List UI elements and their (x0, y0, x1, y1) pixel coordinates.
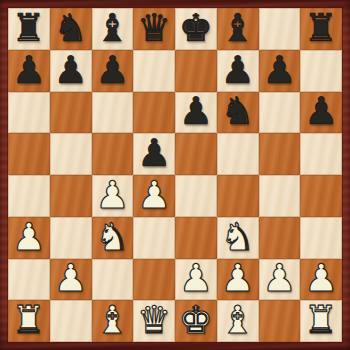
square-b3[interactable] (50, 217, 92, 259)
white-rook[interactable]: ♜ (304, 301, 338, 339)
square-a6[interactable] (8, 92, 50, 134)
white-rook[interactable]: ♜ (12, 301, 46, 339)
square-f8[interactable]: ♝ (217, 8, 259, 50)
square-c5[interactable] (92, 133, 134, 175)
square-e6[interactable]: ♟ (175, 92, 217, 134)
square-e2[interactable]: ♟ (175, 259, 217, 301)
black-rook[interactable]: ♜ (304, 9, 338, 47)
square-c1[interactable]: ♝ (92, 300, 134, 342)
square-a1[interactable]: ♜ (8, 300, 50, 342)
square-h4[interactable] (300, 175, 342, 217)
square-e8[interactable]: ♚ (175, 8, 217, 50)
white-pawn[interactable]: ♟ (304, 259, 338, 297)
square-g4[interactable] (259, 175, 301, 217)
square-d1[interactable]: ♛ (133, 300, 175, 342)
square-c3[interactable]: ♞ (92, 217, 134, 259)
square-f1[interactable]: ♝ (217, 300, 259, 342)
square-d8[interactable]: ♛ (133, 8, 175, 50)
square-h8[interactable]: ♜ (300, 8, 342, 50)
black-bishop[interactable]: ♝ (95, 9, 129, 47)
square-g7[interactable]: ♟ (259, 50, 301, 92)
square-b6[interactable] (50, 92, 92, 134)
white-bishop[interactable]: ♝ (221, 301, 255, 339)
square-h3[interactable] (300, 217, 342, 259)
white-bishop[interactable]: ♝ (95, 301, 129, 339)
square-d6[interactable] (133, 92, 175, 134)
square-d5[interactable]: ♟ (133, 133, 175, 175)
square-d3[interactable] (133, 217, 175, 259)
square-g5[interactable] (259, 133, 301, 175)
square-g8[interactable] (259, 8, 301, 50)
square-h6[interactable]: ♟ (300, 92, 342, 134)
square-a7[interactable]: ♟ (8, 50, 50, 92)
square-c8[interactable]: ♝ (92, 8, 134, 50)
square-b8[interactable]: ♞ (50, 8, 92, 50)
square-f2[interactable]: ♟ (217, 259, 259, 301)
square-b2[interactable]: ♟ (50, 259, 92, 301)
square-e5[interactable] (175, 133, 217, 175)
square-f5[interactable] (217, 133, 259, 175)
square-g6[interactable] (259, 92, 301, 134)
square-b5[interactable] (50, 133, 92, 175)
square-f7[interactable]: ♟ (217, 50, 259, 92)
black-knight[interactable]: ♞ (54, 9, 88, 47)
black-pawn[interactable]: ♟ (12, 51, 46, 89)
black-pawn[interactable]: ♟ (304, 92, 338, 130)
square-b4[interactable] (50, 175, 92, 217)
square-c6[interactable] (92, 92, 134, 134)
black-queen[interactable]: ♛ (137, 9, 171, 47)
square-c7[interactable]: ♟ (92, 50, 134, 92)
white-knight[interactable]: ♞ (95, 218, 129, 256)
square-e3[interactable] (175, 217, 217, 259)
square-a3[interactable]: ♟ (8, 217, 50, 259)
chess-board: ♜♞♝♛♚♝♜♟♟♟♟♟♟♞♟♟♟♟♟♞♞♟♟♟♟♟♜♝♛♚♝♜ (8, 8, 342, 342)
white-pawn[interactable]: ♟ (221, 259, 255, 297)
square-a8[interactable]: ♜ (8, 8, 50, 50)
square-g3[interactable] (259, 217, 301, 259)
square-a4[interactable] (8, 175, 50, 217)
square-h7[interactable] (300, 50, 342, 92)
white-pawn[interactable]: ♟ (262, 259, 296, 297)
square-d2[interactable] (133, 259, 175, 301)
square-b1[interactable] (50, 300, 92, 342)
square-g2[interactable]: ♟ (259, 259, 301, 301)
square-c4[interactable]: ♟ (92, 175, 134, 217)
black-knight[interactable]: ♞ (221, 92, 255, 130)
black-pawn[interactable]: ♟ (95, 51, 129, 89)
black-pawn[interactable]: ♟ (262, 51, 296, 89)
black-pawn[interactable]: ♟ (54, 51, 88, 89)
square-e4[interactable] (175, 175, 217, 217)
black-bishop[interactable]: ♝ (221, 9, 255, 47)
white-pawn[interactable]: ♟ (12, 218, 46, 256)
square-e7[interactable] (175, 50, 217, 92)
square-d7[interactable] (133, 50, 175, 92)
black-king[interactable]: ♚ (179, 9, 213, 47)
white-pawn[interactable]: ♟ (137, 176, 171, 214)
white-pawn[interactable]: ♟ (95, 176, 129, 214)
square-e1[interactable]: ♚ (175, 300, 217, 342)
black-pawn[interactable]: ♟ (179, 92, 213, 130)
square-a5[interactable] (8, 133, 50, 175)
white-knight[interactable]: ♞ (221, 218, 255, 256)
square-h1[interactable]: ♜ (300, 300, 342, 342)
white-king[interactable]: ♚ (179, 301, 213, 339)
square-a2[interactable] (8, 259, 50, 301)
white-pawn[interactable]: ♟ (179, 259, 213, 297)
black-rook[interactable]: ♜ (12, 9, 46, 47)
square-h2[interactable]: ♟ (300, 259, 342, 301)
square-f3[interactable]: ♞ (217, 217, 259, 259)
board-frame: ♜♞♝♛♚♝♜♟♟♟♟♟♟♞♟♟♟♟♟♞♞♟♟♟♟♟♜♝♛♚♝♜ (0, 0, 350, 350)
square-f6[interactable]: ♞ (217, 92, 259, 134)
black-pawn[interactable]: ♟ (137, 134, 171, 172)
black-pawn[interactable]: ♟ (221, 51, 255, 89)
square-c2[interactable] (92, 259, 134, 301)
square-b7[interactable]: ♟ (50, 50, 92, 92)
white-queen[interactable]: ♛ (137, 301, 171, 339)
square-f4[interactable] (217, 175, 259, 217)
square-g1[interactable] (259, 300, 301, 342)
square-h5[interactable] (300, 133, 342, 175)
white-pawn[interactable]: ♟ (54, 259, 88, 297)
square-d4[interactable]: ♟ (133, 175, 175, 217)
